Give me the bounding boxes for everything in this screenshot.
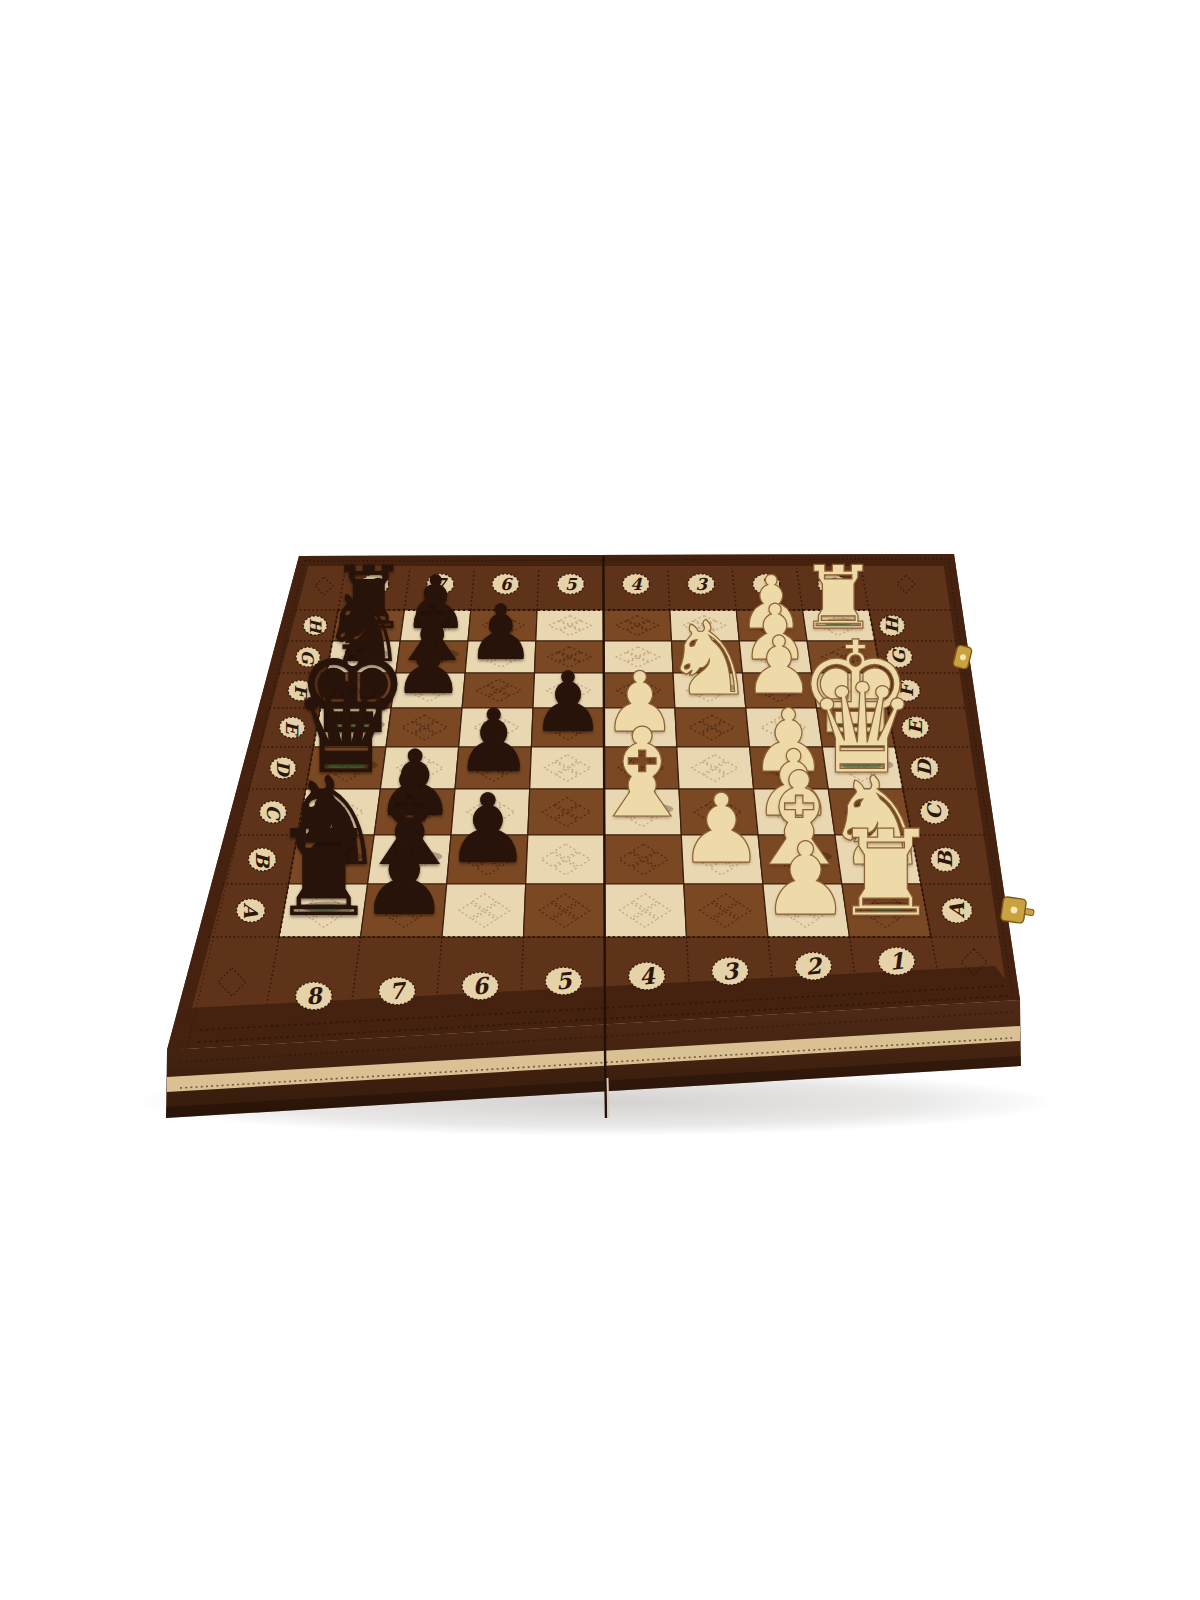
square-d5 xyxy=(530,747,605,789)
square-e6 xyxy=(459,708,533,747)
square-a6 xyxy=(442,884,526,937)
square-d3 xyxy=(677,747,754,789)
file-label-left-B: B xyxy=(252,852,273,869)
square-c3 xyxy=(679,789,758,835)
file-label-left-H: H xyxy=(306,618,325,635)
square-c1 xyxy=(828,789,911,835)
chess-board: HHGGFFEEDDCCBBAA8877665544332211 xyxy=(0,0,1200,1600)
rank-label-back-5: 5 xyxy=(565,575,578,594)
square-e2 xyxy=(746,708,823,747)
file-label-right-A: A xyxy=(945,901,969,919)
rank-label-back-6: 6 xyxy=(500,575,513,594)
rank-label-back-2: 2 xyxy=(761,575,774,594)
square-h4 xyxy=(604,610,672,641)
square-a5 xyxy=(524,884,606,937)
square-e3 xyxy=(675,708,750,747)
file-label-left-E: E xyxy=(282,721,302,736)
square-c8 xyxy=(297,789,380,835)
square-b4 xyxy=(605,835,684,884)
square-a4 xyxy=(605,884,687,937)
file-label-left-A: A xyxy=(239,902,262,919)
rank-label-front-1: 1 xyxy=(887,947,905,974)
square-c5 xyxy=(528,789,605,835)
square-d7 xyxy=(380,747,458,789)
file-label-right-B: B xyxy=(934,850,957,868)
square-b5 xyxy=(526,835,605,884)
square-f5 xyxy=(533,673,604,708)
square-a3 xyxy=(684,884,768,937)
square-d4 xyxy=(604,747,679,789)
rank-label-back-8: 8 xyxy=(370,575,383,594)
file-label-right-D: D xyxy=(914,758,935,776)
rank-label-back-4: 4 xyxy=(630,575,642,594)
rank-label-back-3: 3 xyxy=(695,575,708,594)
square-c6 xyxy=(451,789,530,835)
square-f6 xyxy=(462,673,534,708)
file-label-right-G: G xyxy=(889,648,909,664)
file-label-left-G: G xyxy=(298,650,317,665)
file-label-left-D: D xyxy=(273,760,293,777)
product-photo-chess-set: HHGGFFEEDDCCBBAA8877665544332211 ♜♟♟♜♞♝♟… xyxy=(0,0,1200,1600)
file-label-right-C: C xyxy=(923,803,945,820)
square-h3 xyxy=(670,610,739,641)
rank-label-back-1: 1 xyxy=(826,575,837,594)
square-e7 xyxy=(386,708,462,747)
square-f8 xyxy=(320,673,396,708)
brass-clasp-icon xyxy=(1000,896,1035,924)
file-label-right-E: E xyxy=(905,718,926,734)
file-label-right-H: H xyxy=(882,615,902,633)
